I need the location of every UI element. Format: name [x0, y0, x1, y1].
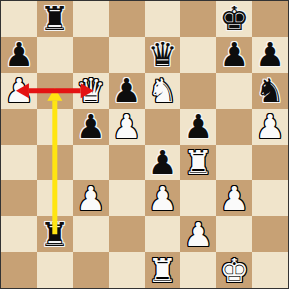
black-pawn[interactable]: ♟ — [255, 37, 285, 72]
black-pawn[interactable]: ♟ — [148, 145, 178, 180]
square-a5[interactable] — [1, 109, 37, 145]
black-pawn[interactable]: ♟ — [219, 37, 249, 72]
square-c6[interactable]: ♛ — [73, 73, 109, 109]
square-a3[interactable] — [1, 180, 37, 216]
square-d3[interactable] — [109, 180, 145, 216]
square-c5[interactable]: ♟ — [73, 109, 109, 145]
black-rook[interactable]: ♜ — [40, 1, 70, 36]
square-e1[interactable]: ♜ — [145, 252, 181, 288]
white-knight[interactable]: ♞ — [148, 73, 178, 108]
square-e8[interactable] — [145, 1, 181, 37]
white-pawn[interactable]: ♟ — [148, 181, 178, 216]
square-e4[interactable]: ♟ — [145, 145, 181, 181]
square-b6[interactable] — [37, 73, 73, 109]
square-c7[interactable] — [73, 37, 109, 73]
square-d4[interactable] — [109, 145, 145, 181]
square-c8[interactable] — [73, 1, 109, 37]
black-pawn[interactable]: ♟ — [112, 73, 142, 108]
square-c3[interactable]: ♟ — [73, 180, 109, 216]
square-a7[interactable]: ♟ — [1, 37, 37, 73]
square-b4[interactable] — [37, 145, 73, 181]
white-pawn[interactable]: ♟ — [112, 109, 142, 144]
square-g1[interactable]: ♚ — [216, 252, 252, 288]
square-h2[interactable] — [252, 216, 288, 252]
square-f6[interactable] — [180, 73, 216, 109]
black-knight[interactable]: ♞ — [255, 73, 285, 108]
square-f7[interactable] — [180, 37, 216, 73]
square-g4[interactable] — [216, 145, 252, 181]
square-f2[interactable]: ♟ — [180, 216, 216, 252]
white-pawn[interactable]: ♟ — [255, 109, 285, 144]
white-queen[interactable]: ♛ — [76, 73, 106, 108]
square-g5[interactable] — [216, 109, 252, 145]
black-rook[interactable]: ♜ — [40, 217, 70, 252]
square-c4[interactable] — [73, 145, 109, 181]
square-f8[interactable] — [180, 1, 216, 37]
square-d6[interactable]: ♟ — [109, 73, 145, 109]
square-f4[interactable]: ♜ — [180, 145, 216, 181]
square-h5[interactable]: ♟ — [252, 109, 288, 145]
square-e3[interactable]: ♟ — [145, 180, 181, 216]
square-a8[interactable] — [1, 1, 37, 37]
white-rook[interactable]: ♜ — [148, 253, 178, 288]
square-e5[interactable] — [145, 109, 181, 145]
square-c2[interactable] — [73, 216, 109, 252]
chess-board: ♜♚♟♛♟♟♟♛♟♞♞♟♟♟♟♟♜♟♟♟♜♟♜♚ — [0, 0, 289, 289]
square-h1[interactable] — [252, 252, 288, 288]
square-g7[interactable]: ♟ — [216, 37, 252, 73]
white-pawn[interactable]: ♟ — [76, 181, 106, 216]
black-pawn[interactable]: ♟ — [4, 37, 34, 72]
square-a6[interactable]: ♟ — [1, 73, 37, 109]
square-d1[interactable] — [109, 252, 145, 288]
square-h3[interactable] — [252, 180, 288, 216]
square-g6[interactable] — [216, 73, 252, 109]
square-c1[interactable] — [73, 252, 109, 288]
white-rook[interactable]: ♜ — [184, 145, 214, 180]
square-b7[interactable] — [37, 37, 73, 73]
square-g2[interactable] — [216, 216, 252, 252]
square-d2[interactable] — [109, 216, 145, 252]
square-g3[interactable]: ♟ — [216, 180, 252, 216]
white-king[interactable]: ♚ — [219, 253, 249, 288]
square-e6[interactable]: ♞ — [145, 73, 181, 109]
white-pawn[interactable]: ♟ — [4, 73, 34, 108]
square-b1[interactable] — [37, 252, 73, 288]
board-grid: ♜♚♟♛♟♟♟♛♟♞♞♟♟♟♟♟♜♟♟♟♜♟♜♚ — [1, 1, 288, 288]
square-f5[interactable]: ♟ — [180, 109, 216, 145]
square-h4[interactable] — [252, 145, 288, 181]
square-f3[interactable] — [180, 180, 216, 216]
square-d5[interactable]: ♟ — [109, 109, 145, 145]
black-pawn[interactable]: ♟ — [184, 109, 214, 144]
white-pawn[interactable]: ♟ — [184, 217, 214, 252]
white-pawn[interactable]: ♟ — [219, 181, 249, 216]
black-queen[interactable]: ♛ — [148, 37, 178, 72]
square-d8[interactable] — [109, 1, 145, 37]
square-b5[interactable] — [37, 109, 73, 145]
square-e7[interactable]: ♛ — [145, 37, 181, 73]
square-h8[interactable] — [252, 1, 288, 37]
square-f1[interactable] — [180, 252, 216, 288]
square-a2[interactable] — [1, 216, 37, 252]
square-b3[interactable] — [37, 180, 73, 216]
square-h6[interactable]: ♞ — [252, 73, 288, 109]
square-h7[interactable]: ♟ — [252, 37, 288, 73]
square-b2[interactable]: ♜ — [37, 216, 73, 252]
square-d7[interactable] — [109, 37, 145, 73]
square-a1[interactable] — [1, 252, 37, 288]
square-g8[interactable]: ♚ — [216, 1, 252, 37]
black-king[interactable]: ♚ — [219, 1, 249, 36]
square-a4[interactable] — [1, 145, 37, 181]
black-pawn[interactable]: ♟ — [76, 109, 106, 144]
square-e2[interactable] — [145, 216, 181, 252]
square-b8[interactable]: ♜ — [37, 1, 73, 37]
